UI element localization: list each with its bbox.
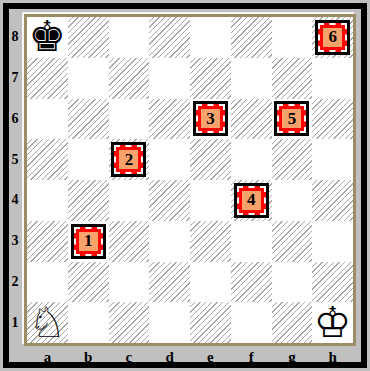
- square-b1[interactable]: [68, 302, 109, 343]
- square-h7[interactable]: [312, 58, 353, 99]
- square-a4[interactable]: [27, 180, 68, 221]
- square-g8[interactable]: [272, 17, 313, 58]
- square-c5[interactable]: 2: [109, 139, 150, 180]
- rank-label-2: 2: [6, 262, 24, 303]
- file-label-g: g: [272, 348, 313, 366]
- square-b5[interactable]: [68, 139, 109, 180]
- square-c4[interactable]: [109, 180, 150, 221]
- square-g1[interactable]: [272, 302, 313, 343]
- file-label-d: d: [149, 348, 190, 366]
- marker-label: 4: [242, 191, 261, 210]
- square-a2[interactable]: [27, 262, 68, 303]
- square-f8[interactable]: [231, 17, 272, 58]
- file-label-b: b: [68, 348, 109, 366]
- square-d2[interactable]: [149, 262, 190, 303]
- square-b2[interactable]: [68, 262, 109, 303]
- marker-3-e6[interactable]: 3: [193, 101, 228, 136]
- square-a6[interactable]: [27, 99, 68, 140]
- rank-label-4: 4: [6, 180, 24, 221]
- piece-black-king-a8[interactable]: ♚: [29, 17, 67, 57]
- file-label-a: a: [27, 348, 68, 366]
- marker-label: 1: [79, 232, 98, 251]
- file-label-h: h: [312, 348, 353, 366]
- square-d5[interactable]: [149, 139, 190, 180]
- square-b4[interactable]: [68, 180, 109, 221]
- square-f2[interactable]: [231, 262, 272, 303]
- square-d3[interactable]: [149, 221, 190, 262]
- marker-2-c5[interactable]: 2: [111, 142, 146, 177]
- square-b3[interactable]: 1: [68, 221, 109, 262]
- rank-label-5: 5: [6, 139, 24, 180]
- square-e7[interactable]: [190, 58, 231, 99]
- chess-board: ♚635241♘♔: [24, 14, 356, 346]
- square-a3[interactable]: [27, 221, 68, 262]
- square-h5[interactable]: [312, 139, 353, 180]
- marker-4-f4[interactable]: 4: [234, 183, 269, 218]
- piece-white-knight-a1[interactable]: ♘: [29, 303, 67, 343]
- square-b8[interactable]: [68, 17, 109, 58]
- square-c3[interactable]: [109, 221, 150, 262]
- rank-label-7: 7: [6, 58, 24, 99]
- square-b7[interactable]: [68, 58, 109, 99]
- square-d1[interactable]: [149, 302, 190, 343]
- square-e4[interactable]: [190, 180, 231, 221]
- square-a1[interactable]: ♘: [27, 302, 68, 343]
- file-label-f: f: [231, 348, 272, 366]
- square-g6[interactable]: 5: [272, 99, 313, 140]
- board-grid: ♚635241♘♔: [27, 17, 353, 343]
- marker-label: 5: [282, 109, 301, 128]
- square-f1[interactable]: [231, 302, 272, 343]
- square-c7[interactable]: [109, 58, 150, 99]
- marker-1-b3[interactable]: 1: [71, 224, 106, 259]
- square-c8[interactable]: [109, 17, 150, 58]
- square-g5[interactable]: [272, 139, 313, 180]
- square-h4[interactable]: [312, 180, 353, 221]
- square-c2[interactable]: [109, 262, 150, 303]
- square-h8[interactable]: 6: [312, 17, 353, 58]
- square-a7[interactable]: [27, 58, 68, 99]
- square-d8[interactable]: [149, 17, 190, 58]
- square-h6[interactable]: [312, 99, 353, 140]
- square-f3[interactable]: [231, 221, 272, 262]
- marker-label: 2: [119, 150, 138, 169]
- file-label-e: e: [190, 348, 231, 366]
- square-e6[interactable]: 3: [190, 99, 231, 140]
- marker-label: 6: [323, 28, 342, 47]
- square-e2[interactable]: [190, 262, 231, 303]
- square-e3[interactable]: [190, 221, 231, 262]
- piece-white-king-h1[interactable]: ♔: [314, 303, 352, 343]
- marker-label: 3: [201, 109, 220, 128]
- square-f6[interactable]: [231, 99, 272, 140]
- square-h1[interactable]: ♔: [312, 302, 353, 343]
- square-d7[interactable]: [149, 58, 190, 99]
- square-h2[interactable]: [312, 262, 353, 303]
- square-c6[interactable]: [109, 99, 150, 140]
- rank-label-1: 1: [6, 302, 24, 343]
- square-e1[interactable]: [190, 302, 231, 343]
- square-f7[interactable]: [231, 58, 272, 99]
- square-h3[interactable]: [312, 221, 353, 262]
- square-d4[interactable]: [149, 180, 190, 221]
- square-f5[interactable]: [231, 139, 272, 180]
- square-d6[interactable]: [149, 99, 190, 140]
- rank-label-3: 3: [6, 221, 24, 262]
- marker-6-h8[interactable]: 6: [315, 20, 350, 55]
- square-a8[interactable]: ♚: [27, 17, 68, 58]
- square-e5[interactable]: [190, 139, 231, 180]
- square-e8[interactable]: [190, 17, 231, 58]
- square-a5[interactable]: [27, 139, 68, 180]
- square-g7[interactable]: [272, 58, 313, 99]
- square-c1[interactable]: [109, 302, 150, 343]
- chess-diagram: 87654321 abcdefgh ♚635241♘♔: [0, 0, 370, 371]
- marker-5-g6[interactable]: 5: [274, 101, 309, 136]
- rank-label-8: 8: [6, 17, 24, 58]
- square-g2[interactable]: [272, 262, 313, 303]
- square-b6[interactable]: [68, 99, 109, 140]
- square-g4[interactable]: [272, 180, 313, 221]
- rank-label-6: 6: [6, 99, 24, 140]
- file-label-c: c: [109, 348, 150, 366]
- square-g3[interactable]: [272, 221, 313, 262]
- square-f4[interactable]: 4: [231, 180, 272, 221]
